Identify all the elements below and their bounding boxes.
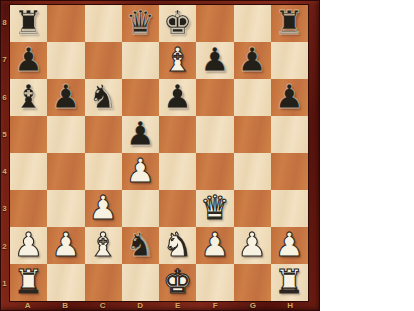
square-c3[interactable]: ♟: [85, 190, 122, 227]
square-h2[interactable]: ♟: [271, 227, 308, 264]
rank-label-1: 1: [0, 265, 9, 302]
square-f3[interactable]: ♛: [196, 190, 233, 227]
white-pawn-g2[interactable]: ♟: [237, 228, 267, 261]
white-queen-f3[interactable]: ♛: [200, 191, 230, 224]
black-pawn-b6[interactable]: ♟: [51, 80, 81, 113]
square-e3[interactable]: [159, 190, 196, 227]
white-pawn-d4[interactable]: ♟: [126, 154, 156, 187]
white-pawn-c3[interactable]: ♟: [88, 191, 118, 224]
square-b1[interactable]: [47, 264, 84, 301]
square-c6[interactable]: ♞: [85, 79, 122, 116]
square-f5[interactable]: [196, 116, 233, 153]
rank-label-3: 3: [0, 190, 9, 227]
square-b5[interactable]: [47, 116, 84, 153]
square-g4[interactable]: [234, 153, 271, 190]
square-g7[interactable]: ♟: [234, 42, 271, 79]
file-label-e: E: [159, 300, 197, 311]
square-d6[interactable]: [122, 79, 159, 116]
square-b2[interactable]: ♟: [47, 227, 84, 264]
rank-label-5: 5: [0, 116, 9, 153]
white-king-e1[interactable]: ♚: [163, 265, 193, 298]
square-g8[interactable]: [234, 5, 271, 42]
white-pawn-h2[interactable]: ♟: [275, 228, 305, 261]
square-h8[interactable]: ♜: [271, 5, 308, 42]
square-h3[interactable]: [271, 190, 308, 227]
rank-label-6: 6: [0, 79, 9, 116]
square-a3[interactable]: [10, 190, 47, 227]
black-knight-d2[interactable]: ♞: [126, 228, 156, 261]
black-bishop-a6[interactable]: ♝: [14, 80, 44, 113]
square-d5[interactable]: ♟: [122, 116, 159, 153]
file-label-d: D: [122, 300, 160, 311]
square-f7[interactable]: ♟: [196, 42, 233, 79]
file-label-a: A: [9, 300, 47, 311]
square-c2[interactable]: ♝: [85, 227, 122, 264]
black-pawn-a7[interactable]: ♟: [14, 43, 44, 76]
file-label-g: G: [234, 300, 272, 311]
square-d7[interactable]: [122, 42, 159, 79]
square-d2[interactable]: ♞: [122, 227, 159, 264]
file-label-f: F: [197, 300, 235, 311]
square-h5[interactable]: [271, 116, 308, 153]
black-pawn-d5[interactable]: ♟: [126, 117, 156, 150]
rank-label-8: 8: [0, 4, 9, 41]
square-a8[interactable]: ♜: [10, 5, 47, 42]
square-e2[interactable]: ♞: [159, 227, 196, 264]
square-e6[interactable]: ♟: [159, 79, 196, 116]
square-a6[interactable]: ♝: [10, 79, 47, 116]
white-rook-h1[interactable]: ♜: [275, 265, 305, 298]
black-pawn-g7[interactable]: ♟: [237, 43, 267, 76]
page-canvas: ♜♛♚♜♟♝♟♟♝♟♞♟♟♟♟♟♛♟♟♝♞♞♟♟♟♜♚♜ 87654321 AB…: [0, 0, 414, 311]
square-d8[interactable]: ♛: [122, 5, 159, 42]
square-c7[interactable]: [85, 42, 122, 79]
square-c4[interactable]: [85, 153, 122, 190]
square-d1[interactable]: [122, 264, 159, 301]
white-pawn-a2[interactable]: ♟: [14, 228, 44, 261]
square-f4[interactable]: [196, 153, 233, 190]
square-f2[interactable]: ♟: [196, 227, 233, 264]
black-pawn-h6[interactable]: ♟: [275, 80, 305, 113]
rank-label-4: 4: [0, 153, 9, 190]
square-e8[interactable]: ♚: [159, 5, 196, 42]
white-bishop-e7[interactable]: ♝: [163, 43, 193, 76]
square-g2[interactable]: ♟: [234, 227, 271, 264]
square-e5[interactable]: [159, 116, 196, 153]
square-f6[interactable]: [196, 79, 233, 116]
square-f1[interactable]: [196, 264, 233, 301]
black-knight-c6[interactable]: ♞: [88, 80, 118, 113]
black-pawn-f7[interactable]: ♟: [200, 43, 230, 76]
white-knight-e2[interactable]: ♞: [163, 228, 193, 261]
square-c5[interactable]: [85, 116, 122, 153]
square-c1[interactable]: [85, 264, 122, 301]
black-pawn-e6[interactable]: ♟: [163, 80, 193, 113]
black-king-e8[interactable]: ♚: [163, 6, 193, 39]
square-d3[interactable]: [122, 190, 159, 227]
square-h4[interactable]: [271, 153, 308, 190]
white-pawn-f2[interactable]: ♟: [200, 228, 230, 261]
square-c8[interactable]: [85, 5, 122, 42]
square-e4[interactable]: [159, 153, 196, 190]
square-a2[interactable]: ♟: [10, 227, 47, 264]
rank-labels: 87654321: [0, 4, 9, 302]
white-rook-a1[interactable]: ♜: [14, 265, 44, 298]
square-e1[interactable]: ♚: [159, 264, 196, 301]
file-label-h: H: [272, 300, 310, 311]
square-b8[interactable]: [47, 5, 84, 42]
square-a1[interactable]: ♜: [10, 264, 47, 301]
square-b4[interactable]: [47, 153, 84, 190]
square-b6[interactable]: ♟: [47, 79, 84, 116]
rank-label-2: 2: [0, 228, 9, 265]
square-g6[interactable]: [234, 79, 271, 116]
file-labels: ABCDEFGH: [9, 300, 309, 311]
chessboard: ♜♛♚♜♟♝♟♟♝♟♞♟♟♟♟♟♛♟♟♝♞♞♟♟♟♜♚♜: [9, 4, 309, 302]
square-a7[interactable]: ♟: [10, 42, 47, 79]
black-rook-a8[interactable]: ♜: [14, 6, 44, 39]
square-g5[interactable]: [234, 116, 271, 153]
white-bishop-c2[interactable]: ♝: [88, 228, 118, 261]
square-d4[interactable]: ♟: [122, 153, 159, 190]
square-b3[interactable]: [47, 190, 84, 227]
square-b7[interactable]: [47, 42, 84, 79]
black-rook-h8[interactable]: ♜: [275, 6, 305, 39]
square-a5[interactable]: [10, 116, 47, 153]
file-label-c: C: [84, 300, 122, 311]
black-queen-d8[interactable]: ♛: [126, 6, 156, 39]
square-a4[interactable]: [10, 153, 47, 190]
square-e7[interactable]: ♝: [159, 42, 196, 79]
square-g1[interactable]: [234, 264, 271, 301]
square-h1[interactable]: ♜: [271, 264, 308, 301]
square-f8[interactable]: [196, 5, 233, 42]
square-h6[interactable]: ♟: [271, 79, 308, 116]
white-pawn-b2[interactable]: ♟: [51, 228, 81, 261]
square-g3[interactable]: [234, 190, 271, 227]
file-label-b: B: [47, 300, 85, 311]
rank-label-7: 7: [0, 41, 9, 78]
square-h7[interactable]: [271, 42, 308, 79]
